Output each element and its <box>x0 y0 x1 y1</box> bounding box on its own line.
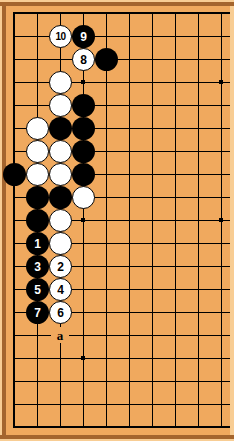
star-point <box>219 80 223 84</box>
stone-black-3: 3 <box>26 255 49 278</box>
grid-line-horizontal <box>13 358 230 359</box>
stone-white-2: 2 <box>49 255 72 278</box>
board-border-bottom <box>0 435 234 439</box>
stone-black <box>26 209 49 232</box>
stone-white <box>49 163 72 186</box>
stone-black <box>95 48 118 71</box>
stone-black-9: 9 <box>72 25 95 48</box>
stone-black-7: 7 <box>26 301 49 324</box>
grid-line-horizontal <box>13 12 230 14</box>
stone-number: 10 <box>55 32 65 42</box>
stone-number: 2 <box>57 261 64 273</box>
grid-line-horizontal <box>13 404 230 405</box>
star-point <box>81 356 85 360</box>
stone-black <box>72 94 95 117</box>
stone-white <box>49 140 72 163</box>
board-outer-edge-right <box>230 0 234 441</box>
grid-line-horizontal <box>13 381 230 382</box>
star-point <box>219 218 223 222</box>
stone-white <box>49 209 72 232</box>
stone-white <box>26 163 49 186</box>
stone-black <box>26 186 49 209</box>
stone-white-6: 6 <box>49 301 72 324</box>
stone-number: 7 <box>34 307 41 319</box>
stone-white <box>26 117 49 140</box>
stone-number: 4 <box>57 284 64 296</box>
grid-line-horizontal <box>13 105 230 106</box>
star-point <box>81 218 85 222</box>
stone-white <box>72 186 95 209</box>
go-board-diagram: a 10981325476 <box>0 0 234 441</box>
stone-white-8: 8 <box>72 48 95 71</box>
stone-black <box>72 140 95 163</box>
stone-white <box>26 140 49 163</box>
board-border-top <box>0 2 234 6</box>
grid-line-horizontal <box>13 36 230 37</box>
stone-number: 6 <box>57 307 64 319</box>
grid-line-horizontal <box>13 82 230 83</box>
stone-white-10: 10 <box>49 25 72 48</box>
star-point <box>81 80 85 84</box>
stone-number: 1 <box>34 238 41 250</box>
grid-line-horizontal <box>13 59 230 60</box>
point-label-text: a <box>57 329 64 342</box>
stone-black <box>49 186 72 209</box>
stone-number: 8 <box>80 54 87 66</box>
stone-black <box>49 117 72 140</box>
grid-line-horizontal <box>13 335 230 336</box>
stone-black-1: 1 <box>26 232 49 255</box>
stone-white-4: 4 <box>49 278 72 301</box>
stone-white <box>49 232 72 255</box>
point-label-a: a <box>51 327 69 343</box>
board-border-left <box>2 2 6 439</box>
grid-line-horizontal <box>13 426 230 428</box>
stone-number: 5 <box>34 284 41 296</box>
stone-black <box>3 163 26 186</box>
stone-white <box>49 94 72 117</box>
stone-black-5: 5 <box>26 278 49 301</box>
stone-number: 9 <box>80 31 87 43</box>
stone-number: 3 <box>34 261 41 273</box>
stone-white <box>49 71 72 94</box>
stone-black <box>72 163 95 186</box>
stone-black <box>72 117 95 140</box>
